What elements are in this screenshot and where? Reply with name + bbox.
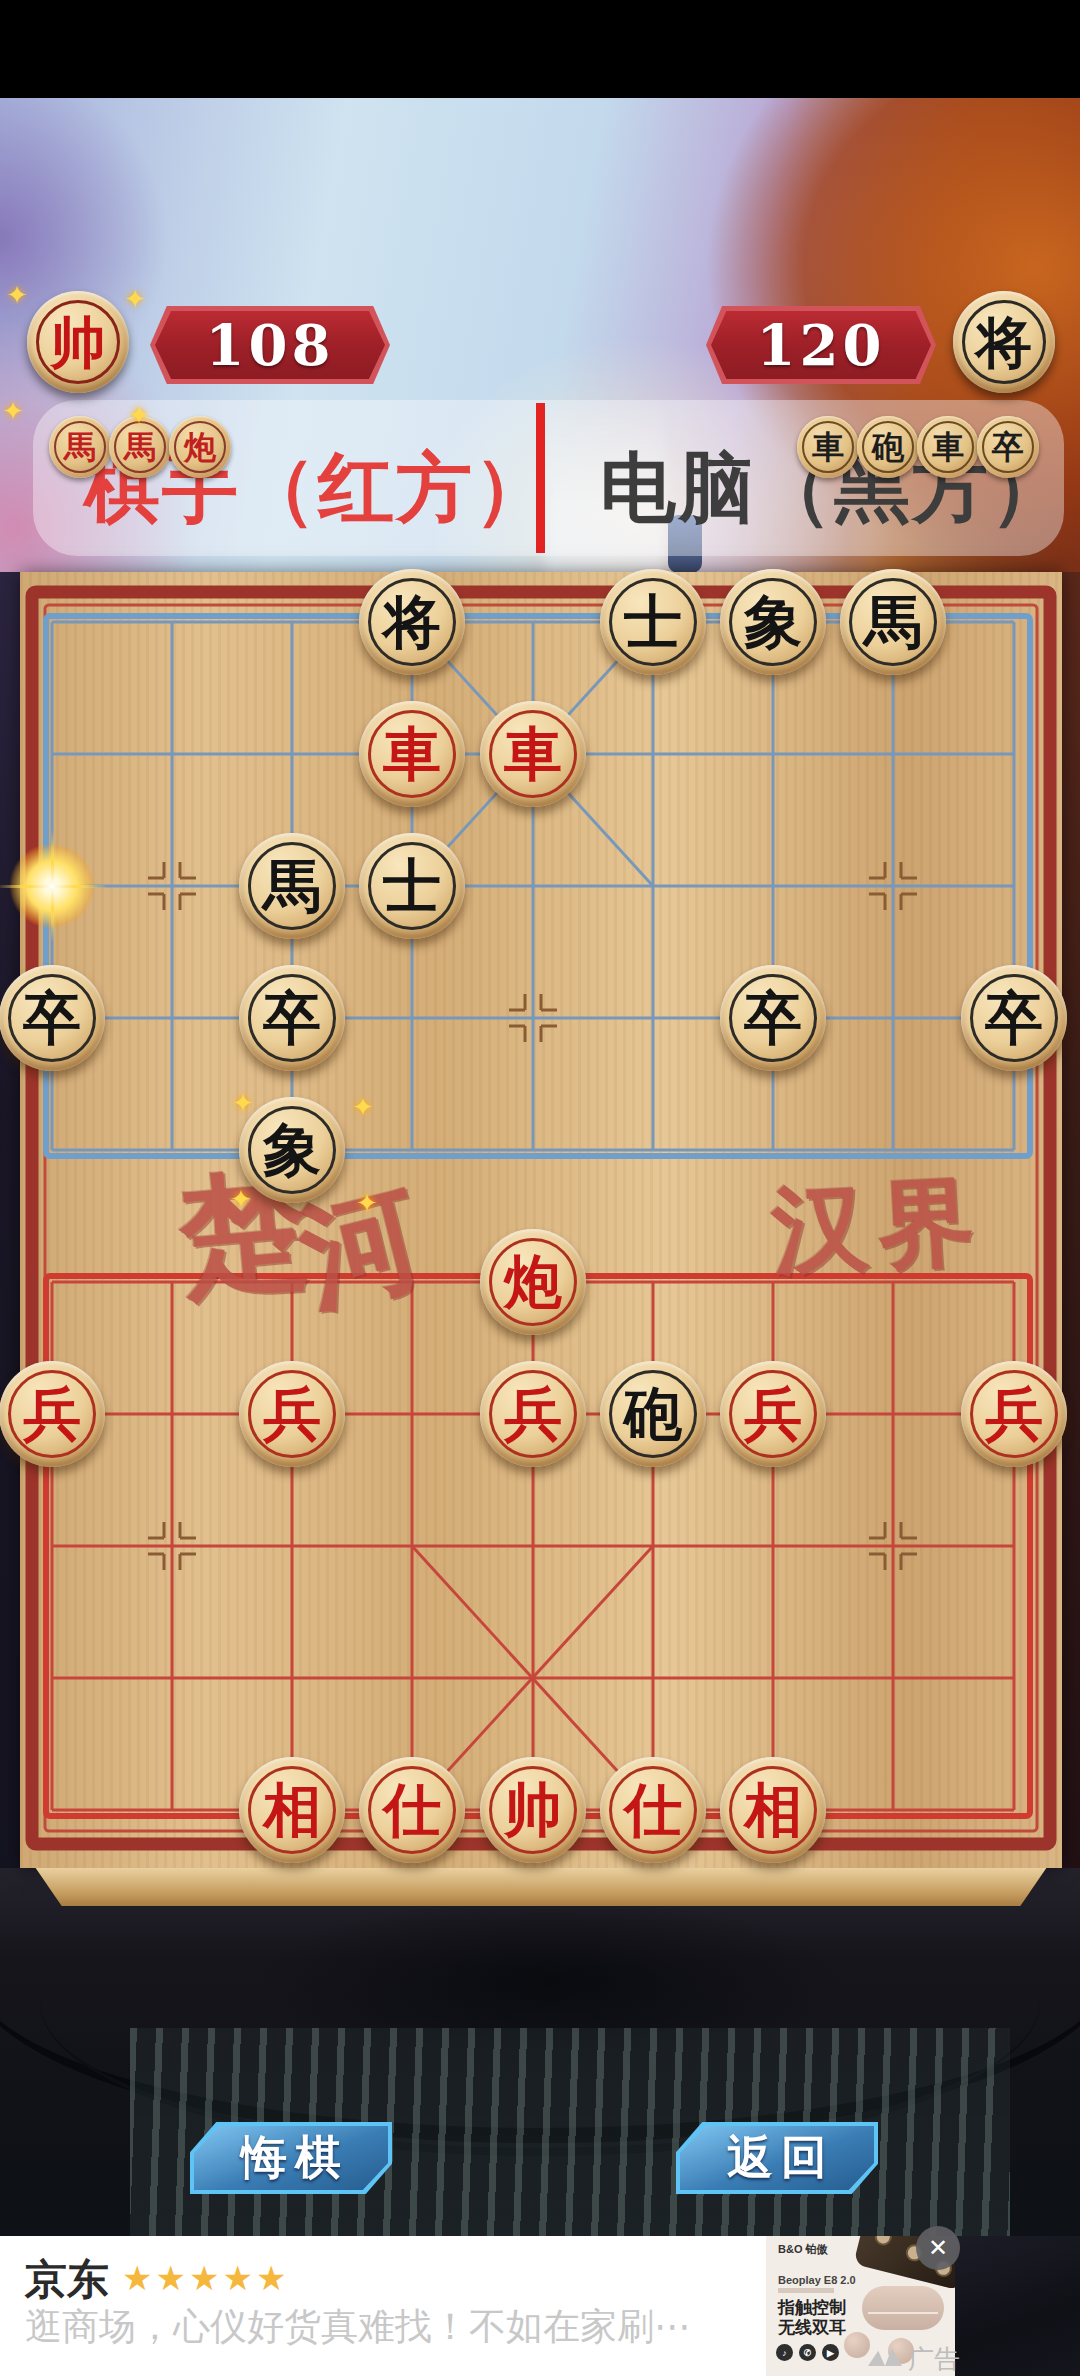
piece-帅-red[interactable]: 帅: [480, 1757, 586, 1863]
piece-兵-red[interactable]: 兵: [480, 1361, 586, 1467]
ad-rating-stars: ★★★★★: [122, 2258, 289, 2298]
piece-glyph: 兵: [744, 1385, 802, 1443]
piece-glyph: 兵: [23, 1385, 81, 1443]
undo-button[interactable]: 悔棋: [190, 2122, 392, 2194]
ad-brand-jd[interactable]: 京东: [25, 2252, 109, 2308]
sparkle-icon: ✦: [232, 1090, 254, 1116]
captured-piece-車: 車: [797, 416, 859, 478]
badge-face: 120: [711, 311, 931, 379]
undo-button-label: 悔棋: [233, 2127, 349, 2189]
ad-label: 广告: [908, 2342, 960, 2376]
piece-glyph: 象: [263, 1121, 321, 1179]
piece-glyph: 兵: [985, 1385, 1043, 1443]
sparkle-icon: ✦: [352, 1094, 374, 1120]
piece-glyph: 卒: [263, 989, 321, 1047]
piece-炮-red[interactable]: 炮: [480, 1229, 586, 1335]
piece-glyph: 車: [383, 725, 441, 783]
sparkle-icon: ✦: [124, 286, 146, 312]
piece-兵-red[interactable]: 兵: [0, 1361, 105, 1467]
captured-piece-馬: 馬: [49, 416, 111, 478]
captured-piece-炮: 炮: [169, 416, 231, 478]
sparkle-icon: ✦: [356, 1190, 378, 1216]
piece-士-black[interactable]: 士: [359, 833, 465, 939]
piece-相-red[interactable]: 相: [720, 1757, 826, 1863]
piece-兵-red[interactable]: 兵: [239, 1361, 345, 1467]
piece-卒-black[interactable]: 卒: [961, 965, 1067, 1071]
piece-車-red[interactable]: 車: [480, 701, 586, 807]
piece-glyph: 帅: [504, 1781, 562, 1839]
back-button-face: 返回: [680, 2126, 874, 2190]
piece-象-black[interactable]: 象: [239, 1097, 345, 1203]
piece-卒-black[interactable]: 卒: [720, 965, 826, 1071]
piece-glyph: 卒: [985, 989, 1043, 1047]
piece-馬-black[interactable]: 馬: [239, 833, 345, 939]
black-timer-badge: 120: [706, 306, 936, 384]
black-player-avatar[interactable]: 将: [953, 291, 1055, 393]
ad-close-button[interactable]: ✕: [916, 2226, 960, 2270]
captured-piece-砲: 砲: [857, 416, 919, 478]
black-timer-value: 120: [757, 312, 886, 378]
piece-卒-black[interactable]: 卒: [0, 965, 105, 1071]
sparkle-icon: ✦: [6, 282, 28, 308]
red-player-avatar[interactable]: 帅: [27, 291, 129, 393]
piece-glyph: 馬: [864, 593, 922, 651]
piece-士-black[interactable]: 士: [600, 569, 706, 675]
sparkle-icon: ✦: [128, 402, 150, 428]
background-left-edge: [0, 572, 22, 1906]
piece-glyph: 相: [744, 1781, 802, 1839]
back-button[interactable]: 返回: [676, 2122, 878, 2194]
black-general-glyph: 将: [976, 314, 1032, 370]
piece-glyph: 仕: [383, 1781, 441, 1839]
piece-glyph: 砲: [624, 1385, 682, 1443]
piece-glyph: 兵: [263, 1385, 321, 1443]
piece-将-black[interactable]: 将: [359, 569, 465, 675]
piece-glyph: 卒: [23, 989, 81, 1047]
piece-glyph: 炮: [504, 1253, 562, 1311]
piece-車-red[interactable]: 車: [359, 701, 465, 807]
ad-text[interactable]: 逛商场，心仪好货真难找！不如在家刷⋯: [25, 2302, 691, 2352]
red-timer-badge: 108: [150, 306, 390, 384]
last-move-from-marker: [10, 844, 94, 928]
product-logo-text: B&O 铂傲: [778, 2242, 828, 2257]
ad-dark-panel: [955, 2236, 1080, 2376]
piece-砲-black[interactable]: 砲: [600, 1361, 706, 1467]
piece-glyph: 車: [504, 725, 562, 783]
piece-glyph: 相: [263, 1781, 321, 1839]
piece-glyph: 将: [383, 593, 441, 651]
sparkle-icon: ✦: [2, 398, 24, 424]
captured-piece-車: 車: [917, 416, 979, 478]
piece-相-red[interactable]: 相: [239, 1757, 345, 1863]
earbud-image: [844, 2332, 870, 2358]
piece-glyph: 仕: [624, 1781, 682, 1839]
xiangqi-app-screen: 帅 108 120 将 棋手（红方） 电脑（黑方） 馬馬炮 車砲車卒 楚 河 汉…: [0, 0, 1080, 2376]
piece-glyph: 士: [383, 857, 441, 915]
piece-glyph: 卒: [744, 989, 802, 1047]
piece-glyph: 馬: [263, 857, 321, 915]
piece-兵-red[interactable]: 兵: [720, 1361, 826, 1467]
piece-仕-red[interactable]: 仕: [359, 1757, 465, 1863]
badge-face: 108: [155, 311, 385, 379]
status-bar: [0, 0, 1080, 98]
back-button-label: 返回: [719, 2127, 835, 2189]
earbuds-case-image: [862, 2286, 944, 2330]
piece-象-black[interactable]: 象: [720, 569, 826, 675]
red-general-glyph: 帅: [50, 314, 106, 370]
piece-glyph: 象: [744, 593, 802, 651]
call-icon: ✆: [799, 2344, 816, 2361]
piece-glyph: 士: [624, 593, 682, 651]
product-feature-icons: ♪✆▶: [776, 2344, 839, 2361]
ad-banner[interactable]: 京东 ★★★★★ 逛商场，心仪好货真难找！不如在家刷⋯ B&O 铂傲 Beopl…: [0, 2236, 1080, 2376]
music-icon: ♪: [776, 2344, 793, 2361]
piece-兵-red[interactable]: 兵: [961, 1361, 1067, 1467]
piece-卒-black[interactable]: 卒: [239, 965, 345, 1071]
piece-glyph: 兵: [504, 1385, 562, 1443]
river-text-hanjie: 汉界: [770, 1173, 987, 1280]
undo-button-face: 悔棋: [194, 2126, 388, 2190]
play-icon: ▶: [822, 2344, 839, 2361]
product-name-text: Beoplay E8 2.0: [778, 2274, 856, 2286]
captured-piece-卒: 卒: [977, 416, 1039, 478]
product-feature-text: 指触控制无线双耳: [778, 2298, 846, 2339]
board-front-edge: [20, 1868, 1062, 1906]
product-subtitle-line: [778, 2288, 834, 2293]
piece-仕-red[interactable]: 仕: [600, 1757, 706, 1863]
sparkle-icon: ✦: [230, 1186, 252, 1212]
piece-馬-black[interactable]: 馬: [840, 569, 946, 675]
red-timer-value: 108: [206, 312, 335, 378]
